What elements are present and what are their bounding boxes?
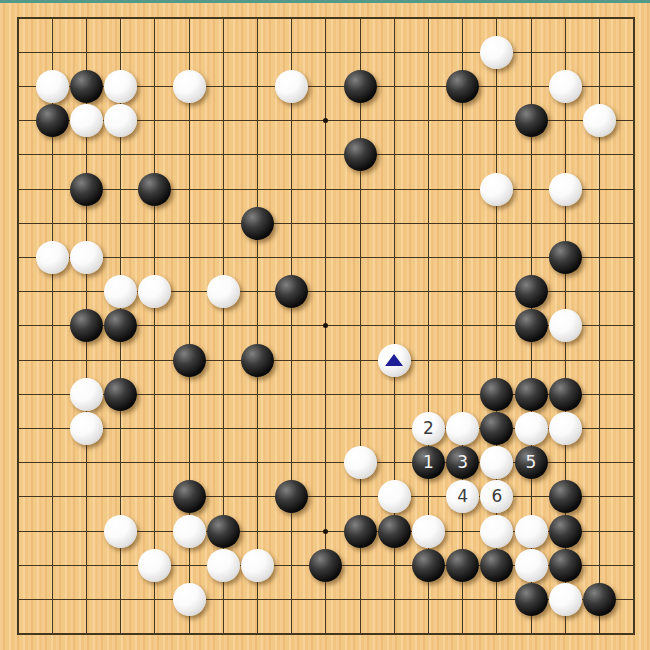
move-number-label: 1 xyxy=(423,454,434,471)
black-stone xyxy=(480,378,513,411)
black-stone xyxy=(241,207,274,240)
black-stone xyxy=(241,344,274,377)
black-stone xyxy=(480,412,513,445)
white-stone xyxy=(480,515,513,548)
black-stone xyxy=(173,344,206,377)
white-stone xyxy=(515,515,548,548)
white-stone xyxy=(70,241,103,274)
black-stone xyxy=(344,70,377,103)
black-stone: 1 xyxy=(412,446,445,479)
black-stone xyxy=(549,378,582,411)
white-stone xyxy=(549,70,582,103)
black-stone xyxy=(344,138,377,171)
last-move-triangle-marker xyxy=(385,354,403,366)
white-stone xyxy=(70,104,103,137)
black-stone xyxy=(104,378,137,411)
white-stone xyxy=(515,549,548,582)
white-stone xyxy=(549,309,582,342)
white-stone xyxy=(70,378,103,411)
black-stone xyxy=(549,549,582,582)
white-stone xyxy=(549,173,582,206)
move-number-label: 4 xyxy=(457,488,468,505)
black-stone xyxy=(36,104,69,137)
black-stone: 5 xyxy=(515,446,548,479)
white-stone xyxy=(241,549,274,582)
white-stone xyxy=(173,70,206,103)
white-stone xyxy=(138,549,171,582)
black-stone xyxy=(207,515,240,548)
white-stone xyxy=(480,36,513,69)
white-stone xyxy=(104,104,137,137)
white-stone xyxy=(104,70,137,103)
black-stone xyxy=(515,583,548,616)
go-app: { "game": "go", "board": { "size": 19, "… xyxy=(0,0,650,650)
black-stone xyxy=(70,173,103,206)
black-stone xyxy=(275,275,308,308)
white-stone xyxy=(275,70,308,103)
white-stone xyxy=(104,275,137,308)
star-point xyxy=(323,529,328,534)
black-stone xyxy=(344,515,377,548)
black-stone: 3 xyxy=(446,446,479,479)
black-stone xyxy=(515,104,548,137)
move-number-label: 5 xyxy=(526,454,537,471)
black-stone xyxy=(138,173,171,206)
white-stone xyxy=(173,515,206,548)
black-stone xyxy=(412,549,445,582)
white-stone xyxy=(344,446,377,479)
black-stone xyxy=(549,515,582,548)
go-board[interactable]: 213546 xyxy=(0,0,650,650)
black-stone xyxy=(515,378,548,411)
black-stone xyxy=(70,309,103,342)
move-number-label: 2 xyxy=(423,420,434,437)
move-number-label: 6 xyxy=(491,488,502,505)
white-stone xyxy=(104,515,137,548)
white-stone xyxy=(70,412,103,445)
move-number-label: 3 xyxy=(457,454,468,471)
white-stone xyxy=(378,344,411,377)
black-stone xyxy=(70,70,103,103)
white-stone xyxy=(36,241,69,274)
black-stone xyxy=(549,480,582,513)
white-stone xyxy=(173,583,206,616)
black-stone xyxy=(173,480,206,513)
black-stone xyxy=(515,275,548,308)
white-stone xyxy=(515,412,548,445)
black-stone xyxy=(446,70,479,103)
white-stone xyxy=(36,70,69,103)
white-stone xyxy=(480,173,513,206)
white-stone xyxy=(549,412,582,445)
white-stone xyxy=(583,104,616,137)
white-stone xyxy=(412,515,445,548)
white-stone xyxy=(378,480,411,513)
white-stone: 2 xyxy=(412,412,445,445)
black-stone xyxy=(480,549,513,582)
white-stone xyxy=(207,549,240,582)
black-stone xyxy=(446,549,479,582)
black-stone xyxy=(309,549,342,582)
white-stone xyxy=(207,275,240,308)
white-stone xyxy=(446,412,479,445)
black-stone xyxy=(583,583,616,616)
black-stone xyxy=(549,241,582,274)
white-stone xyxy=(549,583,582,616)
black-stone xyxy=(515,309,548,342)
black-stone xyxy=(378,515,411,548)
